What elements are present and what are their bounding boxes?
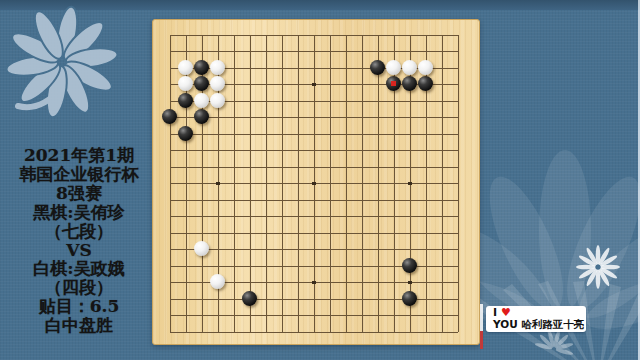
stone-white-B16 <box>178 76 193 91</box>
info-line: 2021年第1期 <box>0 146 158 165</box>
stone-black-Q3 <box>402 291 417 306</box>
star-point <box>312 83 316 87</box>
stone-black-B15 <box>178 93 193 108</box>
corner-ribbon-red <box>480 331 483 349</box>
last-move-marker <box>391 81 396 86</box>
stone-white-D4 <box>210 274 225 289</box>
stone-black-Q16 <box>402 76 417 91</box>
info-line: 贴目：6.5 <box>0 297 158 316</box>
info-line: VS <box>0 241 158 260</box>
star-point <box>408 281 412 285</box>
stone-white-D16 <box>210 76 225 91</box>
stone-black-O17 <box>370 60 385 75</box>
stone-white-B17 <box>178 60 193 75</box>
info-line: 韩国企业银行杯 <box>0 165 158 184</box>
info-line: 黑棋:吴侑珍 <box>0 203 158 222</box>
video-frame: 2021年第1期韩国企业银行杯8强赛黑棋:吴侑珍（七段）VS白棋:吴政娥（四段）… <box>0 0 640 360</box>
stone-black-Q5 <box>402 258 417 273</box>
stone-black-C16 <box>194 76 209 91</box>
star-point <box>408 182 412 186</box>
stone-black-P16 <box>386 76 401 91</box>
top-border-strip <box>0 0 640 10</box>
stone-black-F3 <box>242 291 257 306</box>
stone-white-R17 <box>418 60 433 75</box>
stone-black-A14 <box>162 109 177 124</box>
stone-white-D15 <box>210 93 225 108</box>
stone-white-C6 <box>194 241 209 256</box>
stone-white-D17 <box>210 60 225 75</box>
stone-black-R16 <box>418 76 433 91</box>
logo-line2: YOU 哈利路亚十亮 <box>493 319 586 331</box>
corner-ribbon-white <box>480 304 483 331</box>
stone-black-B13 <box>178 126 193 141</box>
star-point <box>216 182 220 186</box>
info-line: 白棋:吴政娥 <box>0 259 158 278</box>
info-line: 白中盘胜 <box>0 316 158 335</box>
stone-white-Q17 <box>402 60 417 75</box>
star-point <box>312 182 316 186</box>
logo-line1: I ♥ <box>493 307 586 319</box>
info-panel: 2021年第1期韩国企业银行杯8强赛黑棋:吴侑珍（七段）VS白棋:吴政娥（四段）… <box>0 146 158 335</box>
star-point <box>312 281 316 285</box>
stone-white-P17 <box>386 60 401 75</box>
flower-icon <box>5 5 118 118</box>
stone-white-C15 <box>194 93 209 108</box>
watermark-logo: I ♥ YOU 哈利路亚十亮 <box>486 306 586 332</box>
stone-black-C14 <box>194 109 209 124</box>
info-line: （七段） <box>0 222 158 241</box>
small-flower-icon <box>576 245 620 289</box>
info-line: （四段） <box>0 278 158 297</box>
stone-black-C17 <box>194 60 209 75</box>
info-line: 8强赛 <box>0 184 158 203</box>
small-flower-icon-2 <box>534 329 573 356</box>
